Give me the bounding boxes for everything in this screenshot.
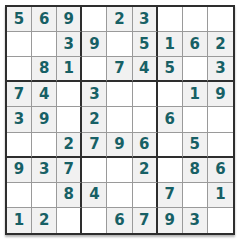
cell-r9c5[interactable]: 6 (107, 208, 132, 233)
cell-r9c6[interactable]: 7 (133, 208, 158, 233)
cell-r8c7[interactable]: 7 (158, 183, 183, 208)
cell-r2c9[interactable]: 2 (208, 32, 233, 57)
cell-r2c5[interactable] (107, 32, 132, 57)
cell-r4c1[interactable]: 7 (7, 82, 32, 107)
cell-r6c9[interactable] (208, 133, 233, 158)
cell-r5c9[interactable] (208, 107, 233, 132)
cell-r6c1[interactable] (7, 133, 32, 158)
cell-r1c1[interactable]: 5 (7, 7, 32, 32)
cell-r5c8[interactable] (183, 107, 208, 132)
cell-r6c3[interactable]: 2 (57, 133, 82, 158)
sudoku-board: 5692339516281745374319392627965937286847… (5, 5, 235, 235)
cell-r5c6[interactable] (133, 107, 158, 132)
cell-r7c8[interactable]: 8 (183, 158, 208, 183)
cell-r8c4[interactable]: 4 (82, 183, 107, 208)
cell-r2c6[interactable]: 5 (133, 32, 158, 57)
cell-r4c5[interactable] (107, 82, 132, 107)
cell-r5c4[interactable]: 2 (82, 107, 107, 132)
cell-r1c9[interactable] (208, 7, 233, 32)
cell-r3c9[interactable]: 3 (208, 57, 233, 82)
cell-r3c7[interactable]: 5 (158, 57, 183, 82)
cell-r1c7[interactable] (158, 7, 183, 32)
cell-r8c6[interactable] (133, 183, 158, 208)
cell-r3c6[interactable]: 4 (133, 57, 158, 82)
cell-r8c5[interactable] (107, 183, 132, 208)
cell-r2c4[interactable]: 9 (82, 32, 107, 57)
cell-r8c2[interactable] (32, 183, 57, 208)
cell-r9c1[interactable]: 1 (7, 208, 32, 233)
cell-r6c6[interactable]: 6 (133, 133, 158, 158)
cell-r8c1[interactable] (7, 183, 32, 208)
cell-r7c2[interactable]: 3 (32, 158, 57, 183)
cell-r7c3[interactable]: 7 (57, 158, 82, 183)
cell-r8c9[interactable]: 1 (208, 183, 233, 208)
cell-r5c2[interactable]: 9 (32, 107, 57, 132)
cell-r4c6[interactable] (133, 82, 158, 107)
cell-r7c4[interactable] (82, 158, 107, 183)
cell-r3c1[interactable] (7, 57, 32, 82)
cell-r6c7[interactable] (158, 133, 183, 158)
cell-r1c5[interactable]: 2 (107, 7, 132, 32)
cell-r2c1[interactable] (7, 32, 32, 57)
cell-r1c2[interactable]: 6 (32, 7, 57, 32)
cell-r2c8[interactable]: 6 (183, 32, 208, 57)
cell-r3c3[interactable]: 1 (57, 57, 82, 82)
cell-r7c5[interactable] (107, 158, 132, 183)
cell-r4c3[interactable] (57, 82, 82, 107)
cell-r8c3[interactable]: 8 (57, 183, 82, 208)
sudoku-page: 5692339516281745374319392627965937286847… (0, 0, 240, 240)
cell-r3c4[interactable] (82, 57, 107, 82)
cell-r1c4[interactable] (82, 7, 107, 32)
cell-r8c8[interactable] (183, 183, 208, 208)
cell-r2c7[interactable]: 1 (158, 32, 183, 57)
cell-r5c7[interactable]: 6 (158, 107, 183, 132)
cell-r5c3[interactable] (57, 107, 82, 132)
cell-r9c4[interactable] (82, 208, 107, 233)
cell-r7c6[interactable]: 2 (133, 158, 158, 183)
cell-r4c4[interactable]: 3 (82, 82, 107, 107)
cell-r5c5[interactable] (107, 107, 132, 132)
cell-r5c1[interactable]: 3 (7, 107, 32, 132)
cell-r6c5[interactable]: 9 (107, 133, 132, 158)
cell-r9c9[interactable] (208, 208, 233, 233)
cell-r3c5[interactable]: 7 (107, 57, 132, 82)
cell-r9c7[interactable]: 9 (158, 208, 183, 233)
cell-r7c9[interactable]: 6 (208, 158, 233, 183)
cell-r1c8[interactable] (183, 7, 208, 32)
cell-r1c6[interactable]: 3 (133, 7, 158, 32)
cell-r2c2[interactable] (32, 32, 57, 57)
cell-r1c3[interactable]: 9 (57, 7, 82, 32)
cell-r9c2[interactable]: 2 (32, 208, 57, 233)
cell-r4c7[interactable] (158, 82, 183, 107)
cell-r3c2[interactable]: 8 (32, 57, 57, 82)
cell-r7c1[interactable]: 9 (7, 158, 32, 183)
cell-r6c2[interactable] (32, 133, 57, 158)
cell-r2c3[interactable]: 3 (57, 32, 82, 57)
cell-r4c8[interactable]: 1 (183, 82, 208, 107)
cell-r3c8[interactable] (183, 57, 208, 82)
cell-r7c7[interactable] (158, 158, 183, 183)
cell-r4c9[interactable]: 9 (208, 82, 233, 107)
cell-r6c4[interactable]: 7 (82, 133, 107, 158)
cell-r9c8[interactable]: 3 (183, 208, 208, 233)
cell-r6c8[interactable]: 5 (183, 133, 208, 158)
cell-r4c2[interactable]: 4 (32, 82, 57, 107)
cell-r9c3[interactable] (57, 208, 82, 233)
